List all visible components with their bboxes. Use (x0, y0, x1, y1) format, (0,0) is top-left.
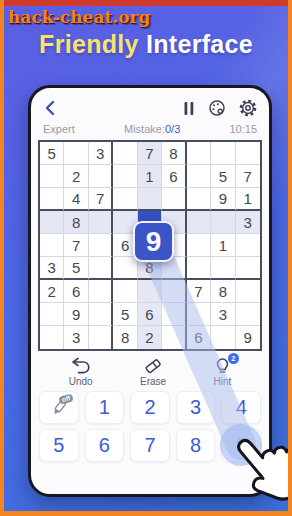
app-screen: hack-cheat.org Friendly Interface (0, 0, 292, 516)
sudoku-cell[interactable] (187, 257, 211, 280)
sudoku-cell[interactable] (211, 257, 235, 280)
sudoku-cell[interactable]: 2 (64, 165, 88, 188)
sudoku-cell[interactable] (162, 303, 186, 326)
sudoku-cell[interactable] (236, 303, 260, 326)
sudoku-cell[interactable]: 1 (211, 234, 235, 257)
sudoku-cell[interactable]: 7 (138, 142, 162, 165)
undo-button[interactable]: Undo (69, 357, 93, 387)
sudoku-cell[interactable] (236, 257, 260, 280)
sudoku-cell[interactable] (40, 234, 64, 257)
nav-bar (43, 98, 257, 118)
erase-button[interactable]: Erase (140, 357, 166, 387)
sudoku-cell[interactable]: 5 (64, 257, 88, 280)
sudoku-cell[interactable]: 3 (89, 142, 113, 165)
sudoku-cell[interactable] (187, 165, 211, 188)
pencil-toggle-button[interactable]: off (39, 391, 79, 424)
keypad-key-3[interactable]: 3 (176, 391, 216, 424)
sudoku-cell[interactable] (89, 211, 113, 234)
phone-mockup: Expert Mistake:0/3 10:15 537821657479183… (28, 85, 272, 497)
sudoku-cell[interactable]: 2 (40, 280, 64, 303)
sudoku-cell[interactable]: 5 (113, 303, 137, 326)
frame-border-top (0, 0, 292, 6)
sudoku-cell[interactable] (138, 280, 162, 303)
sudoku-cell[interactable] (113, 188, 137, 211)
sudoku-cell[interactable] (162, 188, 186, 211)
sudoku-cell[interactable] (40, 303, 64, 326)
sudoku-cell[interactable] (40, 326, 64, 349)
keypad-key-5[interactable]: 5 (39, 429, 79, 462)
sudoku-cell[interactable]: 5 (40, 142, 64, 165)
sudoku-cell[interactable]: 7 (89, 188, 113, 211)
frame-border-left (0, 0, 4, 516)
hint-label: Hint (214, 376, 232, 387)
sudoku-cell[interactable] (236, 142, 260, 165)
sudoku-cell[interactable] (162, 280, 186, 303)
hint-badge: 2 (228, 353, 239, 364)
keypad-key-8[interactable]: 8 (176, 429, 216, 462)
sudoku-cell[interactable] (211, 142, 235, 165)
sudoku-cell[interactable] (89, 165, 113, 188)
keypad-key-1[interactable]: 1 (85, 391, 125, 424)
sudoku-cell[interactable] (236, 234, 260, 257)
hint-button[interactable]: 2 Hint (214, 357, 232, 387)
sudoku-cell[interactable]: 9 (64, 303, 88, 326)
chevron-left-icon (43, 100, 57, 116)
sudoku-cell[interactable] (40, 188, 64, 211)
sudoku-cell[interactable]: 6 (187, 326, 211, 349)
sudoku-cell[interactable] (113, 257, 137, 280)
sudoku-cell[interactable]: 8 (113, 326, 137, 349)
action-toolbar: Undo Erase (31, 354, 269, 390)
sudoku-cell[interactable] (187, 142, 211, 165)
erase-label: Erase (140, 376, 166, 387)
keypad-key-2[interactable]: 2 (130, 391, 170, 424)
sudoku-cell[interactable] (40, 211, 64, 234)
sudoku-cell[interactable] (89, 326, 113, 349)
sudoku-cell[interactable]: 8 (64, 211, 88, 234)
lightbulb-icon: 2 (214, 357, 231, 375)
undo-label: Undo (69, 376, 93, 387)
placed-number-tile: 9 (133, 221, 174, 262)
title-word-friendly: Friendly (39, 30, 139, 58)
sudoku-cell[interactable]: 6 (162, 165, 186, 188)
sudoku-cell[interactable]: 3 (211, 303, 235, 326)
sudoku-cell[interactable] (64, 142, 88, 165)
eraser-icon (143, 357, 163, 375)
sudoku-cell[interactable]: 5 (211, 165, 235, 188)
gear-icon (239, 99, 257, 117)
frame-border-right (288, 0, 292, 516)
sudoku-cell[interactable] (162, 326, 186, 349)
sudoku-cell[interactable] (40, 165, 64, 188)
undo-icon (70, 357, 92, 375)
mistake-label: Mistake: (124, 123, 165, 135)
frame-border-bottom (0, 511, 292, 516)
sudoku-cell[interactable] (187, 188, 211, 211)
watermark-text: hack-cheat.org (8, 7, 150, 27)
pencil-state-badge: off (59, 393, 75, 404)
keypad-key-4[interactable]: 4 (221, 391, 261, 424)
title-word-interface: Interface (146, 30, 253, 58)
sudoku-cell[interactable] (89, 280, 113, 303)
sudoku-cell[interactable]: 8 (211, 280, 235, 303)
keypad-key-6[interactable]: 6 (85, 429, 125, 462)
sudoku-cell[interactable]: 7 (64, 234, 88, 257)
sudoku-cell[interactable] (89, 257, 113, 280)
sudoku-cell[interactable]: 1 (236, 188, 260, 211)
keypad-key-9[interactable]: 9 (221, 429, 261, 462)
sudoku-cell[interactable]: 7 (187, 280, 211, 303)
page-title: Friendly Interface (0, 30, 292, 59)
settings-button[interactable] (239, 99, 257, 117)
sudoku-cell[interactable] (89, 234, 113, 257)
timer: 10:15 (229, 123, 257, 135)
sudoku-cell[interactable]: 3 (64, 326, 88, 349)
mistake-value: 0/3 (165, 123, 180, 135)
sudoku-cell[interactable]: 7 (236, 165, 260, 188)
sudoku-cell[interactable]: 6 (138, 303, 162, 326)
sudoku-cell[interactable]: 8 (162, 142, 186, 165)
sudoku-cell[interactable] (187, 211, 211, 234)
keypad-key-7[interactable]: 7 (130, 429, 170, 462)
difficulty-label: Expert (43, 123, 75, 135)
sudoku-cell[interactable] (187, 234, 211, 257)
sudoku-cell[interactable]: 9 (236, 326, 260, 349)
sudoku-cell[interactable]: 3 (236, 211, 260, 234)
sudoku-cell[interactable] (187, 303, 211, 326)
sudoku-cell[interactable]: 1 (138, 165, 162, 188)
sudoku-cell[interactable]: 9 (211, 188, 235, 211)
pause-button[interactable] (183, 101, 195, 116)
sudoku-cell[interactable]: 6 (64, 280, 88, 303)
sudoku-cell[interactable] (211, 326, 235, 349)
sudoku-cell[interactable] (236, 280, 260, 303)
mistake-counter: Mistake:0/3 (75, 123, 230, 135)
pause-icon (183, 101, 195, 116)
sudoku-cell[interactable] (89, 303, 113, 326)
sudoku-cell[interactable] (113, 142, 137, 165)
sudoku-cell[interactable]: 3 (40, 257, 64, 280)
sudoku-cell[interactable] (211, 211, 235, 234)
sudoku-cell[interactable]: 2 (138, 326, 162, 349)
number-keypad: off 1234 56789 (39, 391, 261, 467)
sudoku-cell[interactable] (138, 188, 162, 211)
status-bar: Expert Mistake:0/3 10:15 (43, 122, 257, 136)
back-button[interactable] (43, 100, 57, 116)
theme-button[interactable] (208, 99, 226, 117)
sudoku-cell[interactable] (113, 165, 137, 188)
sudoku-cell[interactable] (113, 280, 137, 303)
palette-icon (208, 99, 226, 117)
sudoku-cell[interactable]: 4 (64, 188, 88, 211)
